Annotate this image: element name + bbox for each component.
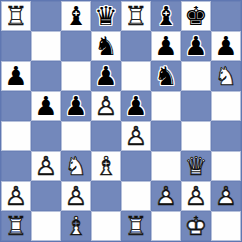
black-pawn[interactable]: ♟ xyxy=(154,33,177,59)
white-pawn[interactable]: ♟♙ xyxy=(94,93,117,119)
square-a6[interactable]: ♟ xyxy=(1,61,31,91)
white-pawn-outline: ♙ xyxy=(94,93,117,119)
white-pawn[interactable]: ♟♙ xyxy=(214,183,237,209)
square-c8[interactable]: ♝ xyxy=(61,1,91,31)
white-rook[interactable]: ♜♖ xyxy=(124,213,147,239)
square-h8[interactable] xyxy=(211,1,241,31)
square-a8[interactable]: ♜♖ xyxy=(1,1,31,31)
square-c1[interactable]: ♝♗ xyxy=(61,211,91,241)
black-pawn[interactable]: ♟ xyxy=(34,93,57,119)
white-king-outline: ♔ xyxy=(184,213,207,239)
white-rook-outline: ♖ xyxy=(124,213,147,239)
black-queen[interactable]: ♛ xyxy=(94,3,117,29)
white-queen[interactable]: ♛♕ xyxy=(184,153,207,179)
square-c5[interactable]: ♟ xyxy=(61,91,91,121)
square-e6[interactable] xyxy=(121,61,151,91)
white-pawn[interactable]: ♟♙ xyxy=(124,123,147,149)
square-a7[interactable] xyxy=(1,31,31,61)
white-pawn-outline: ♙ xyxy=(64,183,87,209)
square-e1[interactable]: ♜♖ xyxy=(121,211,151,241)
square-h7[interactable]: ♟ xyxy=(211,31,241,61)
square-h2[interactable]: ♟♙ xyxy=(211,181,241,211)
square-d5[interactable]: ♟♙ xyxy=(91,91,121,121)
white-bishop[interactable]: ♝♗ xyxy=(64,213,87,239)
square-e7[interactable] xyxy=(121,31,151,61)
square-d3[interactable]: ♝♗ xyxy=(91,151,121,181)
white-pawn[interactable]: ♟♙ xyxy=(184,183,207,209)
square-h1[interactable] xyxy=(211,211,241,241)
black-knight[interactable]: ♞ xyxy=(94,33,117,59)
square-f2[interactable]: ♟♙ xyxy=(151,181,181,211)
black-pawn[interactable]: ♟ xyxy=(94,63,117,89)
square-d4[interactable] xyxy=(91,121,121,151)
white-rook[interactable]: ♜♖ xyxy=(124,3,147,29)
white-queen-outline: ♕ xyxy=(184,153,207,179)
white-knight-outline: ♘ xyxy=(64,153,87,179)
square-a4[interactable] xyxy=(1,121,31,151)
white-pawn-outline: ♙ xyxy=(214,183,237,209)
square-g6[interactable] xyxy=(181,61,211,91)
square-b8[interactable] xyxy=(31,1,61,31)
square-b2[interactable] xyxy=(31,181,61,211)
square-g8[interactable]: ♚ xyxy=(181,1,211,31)
black-pawn[interactable]: ♟ xyxy=(184,33,207,59)
square-e5[interactable]: ♟ xyxy=(121,91,151,121)
square-e3[interactable] xyxy=(121,151,151,181)
square-f4[interactable] xyxy=(151,121,181,151)
square-f8[interactable]: ♝ xyxy=(151,1,181,31)
white-rook-outline: ♖ xyxy=(124,3,147,29)
black-king[interactable]: ♚ xyxy=(184,3,207,29)
square-d7[interactable]: ♞ xyxy=(91,31,121,61)
black-pawn[interactable]: ♟ xyxy=(64,93,87,119)
black-pawn[interactable]: ♟ xyxy=(4,63,27,89)
square-e4[interactable]: ♟♙ xyxy=(121,121,151,151)
square-g7[interactable]: ♟ xyxy=(181,31,211,61)
square-d2[interactable] xyxy=(91,181,121,211)
white-knight[interactable]: ♞♘ xyxy=(64,153,87,179)
black-pawn[interactable]: ♟ xyxy=(124,93,147,119)
square-b3[interactable]: ♟♙ xyxy=(31,151,61,181)
square-f6[interactable]: ♞ xyxy=(151,61,181,91)
black-bishop[interactable]: ♝ xyxy=(64,3,87,29)
black-knight[interactable]: ♞ xyxy=(154,63,177,89)
square-h3[interactable] xyxy=(211,151,241,181)
square-f1[interactable] xyxy=(151,211,181,241)
white-rook-outline: ♖ xyxy=(4,213,27,239)
square-b1[interactable] xyxy=(31,211,61,241)
square-g1[interactable]: ♚♔ xyxy=(181,211,211,241)
white-pawn-outline: ♙ xyxy=(4,183,27,209)
white-pawn[interactable]: ♟♙ xyxy=(4,183,27,209)
black-bishop[interactable]: ♝ xyxy=(154,3,177,29)
square-a3[interactable] xyxy=(1,151,31,181)
square-b7[interactable] xyxy=(31,31,61,61)
white-king[interactable]: ♚♔ xyxy=(184,213,207,239)
square-g5[interactable] xyxy=(181,91,211,121)
square-d8[interactable]: ♛ xyxy=(91,1,121,31)
square-g2[interactable]: ♟♙ xyxy=(181,181,211,211)
square-c6[interactable] xyxy=(61,61,91,91)
white-bishop-outline: ♗ xyxy=(64,213,87,239)
white-pawn-outline: ♙ xyxy=(184,183,207,209)
square-f3[interactable] xyxy=(151,151,181,181)
white-knight-outline: ♘ xyxy=(214,63,237,89)
square-c2[interactable]: ♟♙ xyxy=(61,181,91,211)
white-pawn[interactable]: ♟♙ xyxy=(154,183,177,209)
square-f7[interactable]: ♟ xyxy=(151,31,181,61)
white-rook[interactable]: ♜♖ xyxy=(4,3,27,29)
square-d6[interactable]: ♟ xyxy=(91,61,121,91)
white-knight[interactable]: ♞♘ xyxy=(214,63,237,89)
square-c7[interactable] xyxy=(61,31,91,61)
square-g3[interactable]: ♛♕ xyxy=(181,151,211,181)
white-pawn-outline: ♙ xyxy=(124,123,147,149)
chess-board: ♜♖♝♛♜♖♝♚♞♟♟♟♟♟♞♞♘♟♟♟♙♟♟♙♟♙♞♘♝♗♛♕♟♙♟♙♟♙♟♙… xyxy=(0,0,242,242)
square-g4[interactable] xyxy=(181,121,211,151)
black-pawn[interactable]: ♟ xyxy=(214,33,237,59)
square-h6[interactable]: ♞♘ xyxy=(211,61,241,91)
white-pawn-outline: ♙ xyxy=(154,183,177,209)
white-pawn-outline: ♙ xyxy=(34,153,57,179)
square-e8[interactable]: ♜♖ xyxy=(121,1,151,31)
white-pawn[interactable]: ♟♙ xyxy=(64,183,87,209)
square-e2[interactable] xyxy=(121,181,151,211)
square-b6[interactable] xyxy=(31,61,61,91)
square-h4[interactable] xyxy=(211,121,241,151)
square-h5[interactable] xyxy=(211,91,241,121)
square-a1[interactable]: ♜♖ xyxy=(1,211,31,241)
white-pawn[interactable]: ♟♙ xyxy=(34,153,57,179)
square-f5[interactable] xyxy=(151,91,181,121)
square-b4[interactable] xyxy=(31,121,61,151)
square-c3[interactable]: ♞♘ xyxy=(61,151,91,181)
square-a5[interactable] xyxy=(1,91,31,121)
square-b5[interactable]: ♟ xyxy=(31,91,61,121)
white-rook[interactable]: ♜♖ xyxy=(4,213,27,239)
white-bishop[interactable]: ♝♗ xyxy=(94,153,117,179)
square-d1[interactable] xyxy=(91,211,121,241)
white-rook-outline: ♖ xyxy=(4,3,27,29)
square-a2[interactable]: ♟♙ xyxy=(1,181,31,211)
square-c4[interactable] xyxy=(61,121,91,151)
white-bishop-outline: ♗ xyxy=(94,153,117,179)
